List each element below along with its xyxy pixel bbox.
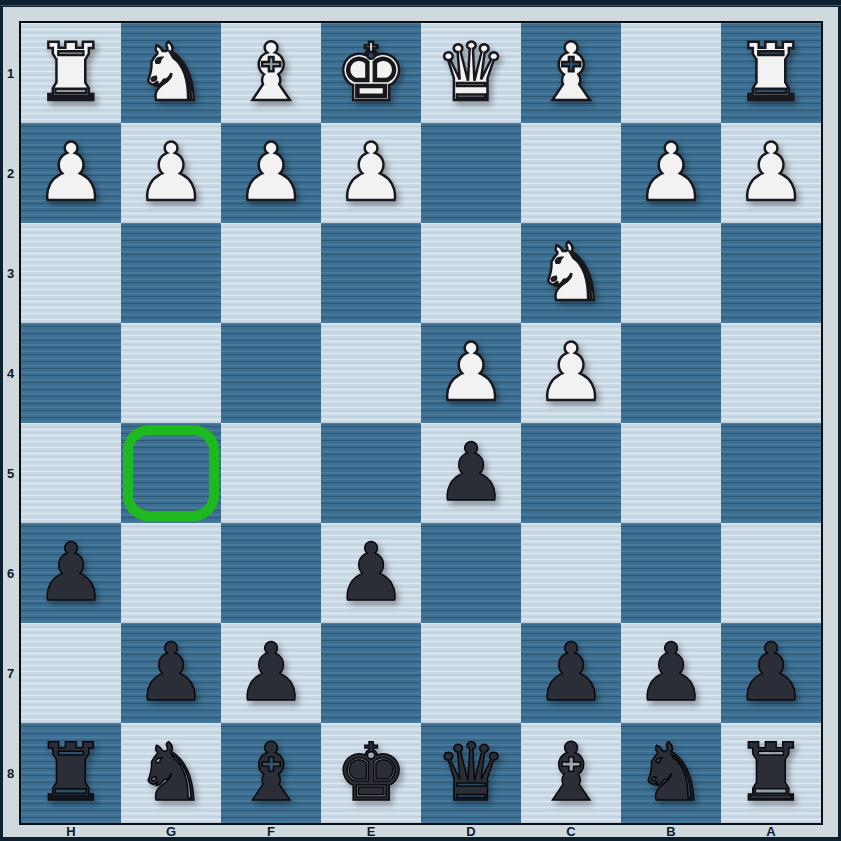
square-a2[interactable]: ♟: [721, 123, 821, 223]
square-d4[interactable]: ♟: [421, 323, 521, 423]
rank-label-6: 6: [3, 523, 18, 623]
square-f4[interactable]: [221, 323, 321, 423]
square-b3[interactable]: [621, 223, 721, 323]
square-d8[interactable]: ♛: [421, 723, 521, 823]
piece-white-knight-g1[interactable]: ♞: [121, 23, 221, 123]
square-c1[interactable]: ♝: [521, 23, 621, 123]
move-highlight: [123, 425, 219, 521]
rank-label-5: 5: [3, 423, 18, 523]
piece-black-pawn-a7[interactable]: ♟: [721, 623, 821, 723]
square-h6[interactable]: ♟: [21, 523, 121, 623]
board-border: ♜♞♝♚♛♝♜♟♟♟♟♟♟♞♟♟♟♟♟♟♟♟♟♟♜♞♝♚♛♝♞♜: [19, 21, 823, 825]
square-d1[interactable]: ♛: [421, 23, 521, 123]
square-f2[interactable]: ♟: [221, 123, 321, 223]
piece-white-rook-h1[interactable]: ♜: [21, 23, 121, 123]
file-label-f: F: [221, 825, 321, 838]
square-h5[interactable]: [21, 423, 121, 523]
piece-white-pawn-a2[interactable]: ♟: [721, 123, 821, 223]
piece-black-rook-a8[interactable]: ♜: [721, 723, 821, 823]
square-g2[interactable]: ♟: [121, 123, 221, 223]
square-c3[interactable]: ♞: [521, 223, 621, 323]
rank-label-2: 2: [3, 123, 18, 223]
piece-black-pawn-g7[interactable]: ♟: [121, 623, 221, 723]
square-a7[interactable]: ♟: [721, 623, 821, 723]
square-f8[interactable]: ♝: [221, 723, 321, 823]
square-b2[interactable]: ♟: [621, 123, 721, 223]
piece-white-pawn-c4[interactable]: ♟: [521, 323, 621, 423]
square-e7[interactable]: [321, 623, 421, 723]
rank-label-1: 1: [3, 23, 18, 123]
piece-white-king-e1[interactable]: ♚: [321, 23, 421, 123]
square-d5[interactable]: ♟: [421, 423, 521, 523]
square-g1[interactable]: ♞: [121, 23, 221, 123]
square-f3[interactable]: [221, 223, 321, 323]
rank-labels: 12345678: [3, 23, 18, 823]
square-c8[interactable]: ♝: [521, 723, 621, 823]
chess-app-window: 12345678 ♜♞♝♚♛♝♜♟♟♟♟♟♟♞♟♟♟♟♟♟♟♟♟♟♜♞♝♚♛♝♞…: [0, 0, 841, 841]
square-a8[interactable]: ♜: [721, 723, 821, 823]
piece-white-bishop-c1[interactable]: ♝: [521, 23, 621, 123]
file-label-d: D: [421, 825, 521, 838]
file-label-h: H: [21, 825, 121, 838]
rank-label-8: 8: [3, 723, 18, 823]
square-h7[interactable]: [21, 623, 121, 723]
piece-black-bishop-f8[interactable]: ♝: [221, 723, 321, 823]
square-c7[interactable]: ♟: [521, 623, 621, 723]
square-h8[interactable]: ♜: [21, 723, 121, 823]
square-c2[interactable]: [521, 123, 621, 223]
square-f7[interactable]: ♟: [221, 623, 321, 723]
file-label-e: E: [321, 825, 421, 838]
piece-black-pawn-c7[interactable]: ♟: [521, 623, 621, 723]
square-f1[interactable]: ♝: [221, 23, 321, 123]
piece-white-queen-d1[interactable]: ♛: [421, 23, 521, 123]
piece-black-pawn-d5[interactable]: ♟: [421, 423, 521, 523]
square-g6[interactable]: [121, 523, 221, 623]
square-e8[interactable]: ♚: [321, 723, 421, 823]
square-c5[interactable]: [521, 423, 621, 523]
rank-label-4: 4: [3, 323, 18, 423]
square-e5[interactable]: [321, 423, 421, 523]
piece-black-rook-h8[interactable]: ♜: [21, 723, 121, 823]
piece-black-pawn-f7[interactable]: ♟: [221, 623, 321, 723]
piece-black-king-e8[interactable]: ♚: [321, 723, 421, 823]
window-top-accent-line: [0, 5, 841, 6]
square-a4[interactable]: [721, 323, 821, 423]
piece-white-bishop-f1[interactable]: ♝: [221, 23, 321, 123]
piece-white-pawn-f2[interactable]: ♟: [221, 123, 321, 223]
piece-black-bishop-c8[interactable]: ♝: [521, 723, 621, 823]
square-h2[interactable]: ♟: [21, 123, 121, 223]
square-g5[interactable]: [121, 423, 221, 523]
square-e4[interactable]: [321, 323, 421, 423]
square-b5[interactable]: [621, 423, 721, 523]
square-e3[interactable]: [321, 223, 421, 323]
file-label-c: C: [521, 825, 621, 838]
rank-label-7: 7: [3, 623, 18, 723]
square-h1[interactable]: ♜: [21, 23, 121, 123]
square-b6[interactable]: [621, 523, 721, 623]
piece-black-pawn-h6[interactable]: ♟: [21, 523, 121, 623]
square-b1[interactable]: [621, 23, 721, 123]
square-a3[interactable]: [721, 223, 821, 323]
square-g4[interactable]: [121, 323, 221, 423]
piece-black-pawn-e6[interactable]: ♟: [321, 523, 421, 623]
square-d7[interactable]: [421, 623, 521, 723]
file-label-a: A: [721, 825, 821, 838]
square-c4[interactable]: ♟: [521, 323, 621, 423]
square-f5[interactable]: [221, 423, 321, 523]
piece-white-pawn-e2[interactable]: ♟: [321, 123, 421, 223]
square-c6[interactable]: [521, 523, 621, 623]
file-label-g: G: [121, 825, 221, 838]
file-labels: HGFEDCBA: [21, 825, 821, 838]
rank-label-3: 3: [3, 223, 18, 323]
piece-black-knight-b8[interactable]: ♞: [621, 723, 721, 823]
piece-black-pawn-b7[interactable]: ♟: [621, 623, 721, 723]
square-h3[interactable]: [21, 223, 121, 323]
square-a5[interactable]: [721, 423, 821, 523]
square-g7[interactable]: ♟: [121, 623, 221, 723]
square-a6[interactable]: [721, 523, 821, 623]
square-b4[interactable]: [621, 323, 721, 423]
file-label-b: B: [621, 825, 721, 838]
square-f6[interactable]: [221, 523, 321, 623]
piece-black-knight-g8[interactable]: ♞: [121, 723, 221, 823]
piece-white-pawn-d4[interactable]: ♟: [421, 323, 521, 423]
square-g8[interactable]: ♞: [121, 723, 221, 823]
square-b8[interactable]: ♞: [621, 723, 721, 823]
piece-white-pawn-b2[interactable]: ♟: [621, 123, 721, 223]
square-e2[interactable]: ♟: [321, 123, 421, 223]
piece-white-rook-a1[interactable]: ♜: [721, 23, 821, 123]
square-b7[interactable]: ♟: [621, 623, 721, 723]
piece-white-pawn-h2[interactable]: ♟: [21, 123, 121, 223]
square-e6[interactable]: ♟: [321, 523, 421, 623]
piece-black-queen-d8[interactable]: ♛: [421, 723, 521, 823]
square-d3[interactable]: [421, 223, 521, 323]
piece-white-knight-c3[interactable]: ♞: [521, 223, 621, 323]
chess-board[interactable]: ♜♞♝♚♛♝♜♟♟♟♟♟♟♞♟♟♟♟♟♟♟♟♟♟♜♞♝♚♛♝♞♜: [21, 23, 821, 823]
square-a1[interactable]: ♜: [721, 23, 821, 123]
piece-white-pawn-g2[interactable]: ♟: [121, 123, 221, 223]
square-d6[interactable]: [421, 523, 521, 623]
square-d2[interactable]: [421, 123, 521, 223]
square-h4[interactable]: [21, 323, 121, 423]
square-g3[interactable]: [121, 223, 221, 323]
square-e1[interactable]: ♚: [321, 23, 421, 123]
